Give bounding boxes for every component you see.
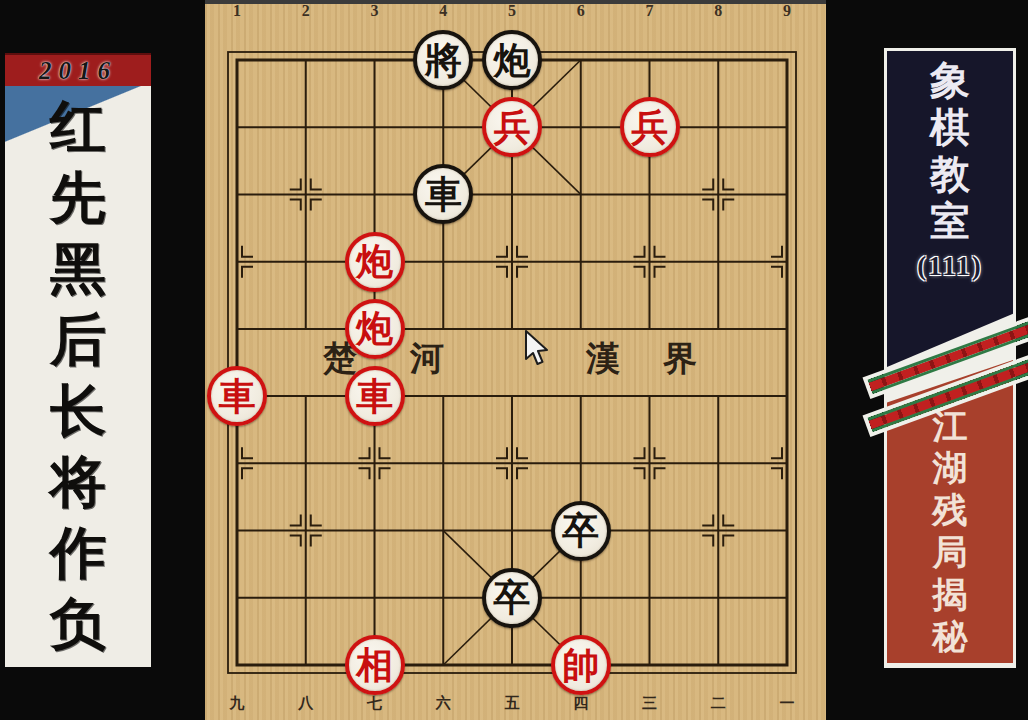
xiangqi-board: 123456789 九八七六五四三二一 楚河 漢界 將炮兵兵車炮炮車車卒卒相帥 — [205, 0, 826, 720]
title-char: 室 — [930, 198, 970, 245]
slogan-char: 将 — [50, 447, 106, 518]
coordinate-label: 八 — [293, 694, 319, 713]
title-char: 象 — [930, 57, 970, 104]
right-banner-subtitle: 江湖残局揭秘 — [933, 406, 968, 658]
coordinate-label: 4 — [430, 2, 456, 20]
coordinate-label: 2 — [293, 2, 319, 20]
subtitle-char: 揭 — [933, 574, 968, 616]
right-banner: 象棋教室 (111) 江湖残局揭秘 — [884, 48, 1016, 668]
left-banner: 2016 红先黑后长将作负 — [5, 53, 151, 667]
red-elephant[interactable]: 相 — [345, 635, 405, 695]
title-char: 教 — [930, 151, 970, 198]
black-pawn[interactable]: 卒 — [482, 568, 542, 628]
coordinate-label: 7 — [637, 2, 663, 20]
black-pawn[interactable]: 卒 — [551, 501, 611, 561]
right-banner-inner: 象棋教室 (111) 江湖残局揭秘 — [887, 51, 1013, 665]
title-char: 棋 — [930, 104, 970, 151]
slogan-char: 黑 — [50, 234, 106, 305]
coordinate-label: 四 — [568, 694, 594, 713]
coordinate-label: 七 — [362, 694, 388, 713]
right-banner-title: 象棋教室 — [930, 57, 970, 245]
coordinate-label: 二 — [705, 694, 731, 713]
coordinate-label: 九 — [224, 694, 250, 713]
coordinate-label: 3 — [362, 2, 388, 20]
slogan-char: 作 — [50, 518, 106, 589]
coordinate-label: 1 — [224, 2, 250, 20]
episode-number: (111) — [917, 251, 983, 282]
video-frame: { "game": "xiangqi", "position": "3kc4/4… — [0, 0, 1028, 720]
left-banner-slogan: 红先黑后长将作负 — [5, 86, 151, 660]
subtitle-char: 江 — [933, 406, 968, 448]
slogan-char: 先 — [50, 163, 106, 234]
left-banner-body: 红先黑后长将作负 — [5, 86, 151, 667]
subtitle-char: 秘 — [933, 616, 968, 658]
slogan-char: 红 — [50, 92, 106, 163]
coordinate-label: 五 — [499, 694, 525, 713]
red-cannon[interactable]: 炮 — [345, 299, 405, 359]
slogan-char: 后 — [50, 305, 106, 376]
red-pawn[interactable]: 兵 — [620, 97, 680, 157]
coordinate-label: 6 — [568, 2, 594, 20]
subtitle-char: 残 — [933, 490, 968, 532]
red-pawn[interactable]: 兵 — [482, 97, 542, 157]
black-cannon[interactable]: 炮 — [482, 30, 542, 90]
red-chariot[interactable]: 車 — [345, 366, 405, 426]
red-cannon[interactable]: 炮 — [345, 232, 405, 292]
red-chariot[interactable]: 車 — [207, 366, 267, 426]
coordinate-label: 5 — [499, 2, 525, 20]
coordinate-label: 8 — [705, 2, 731, 20]
subtitle-char: 局 — [933, 532, 968, 574]
red-general[interactable]: 帥 — [551, 635, 611, 695]
subtitle-char: 湖 — [933, 448, 968, 490]
river-label-chu-he: 楚河 — [323, 342, 497, 376]
slogan-char: 负 — [50, 589, 106, 660]
coordinate-label: 9 — [774, 2, 800, 20]
year-banner: 2016 — [5, 53, 151, 86]
coordinate-label: 六 — [430, 694, 456, 713]
slogan-char: 长 — [50, 376, 106, 447]
coordinate-label: 三 — [637, 694, 663, 713]
river-label-han-jie: 漢界 — [586, 342, 740, 376]
coordinate-label: 一 — [774, 694, 800, 713]
black-general[interactable]: 將 — [413, 30, 473, 90]
